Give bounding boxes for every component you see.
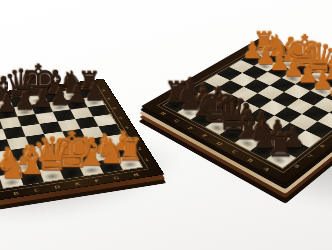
file-label: E (74, 182, 81, 187)
left-chessboard: ♜♞♝♛♚♝♞♜♟♟♟♟♟♟♟♟♟♟♟♟♟♟♟♟♜♞♝♛♚♝♞♜ ABCDEFG… (0, 79, 165, 206)
file-label: B (13, 191, 20, 197)
piece-black-pawn-c7: ♟ (0, 92, 18, 116)
file-label: F (94, 179, 100, 184)
file-label: C (33, 188, 40, 193)
file-label: B (246, 158, 255, 164)
piece-black-rook-a8: ♜ (265, 129, 294, 161)
rank-label: 7 (306, 154, 314, 159)
piece-white-rook-a1: ♜ (0, 155, 5, 187)
square-b2: ♟ (325, 89, 332, 104)
file-label: H (132, 172, 140, 177)
file-label: F (186, 126, 194, 131)
file-label: D (214, 141, 223, 147)
rank-label: 8 (292, 164, 300, 169)
chess-sets-product-photo: ♜♞♝♛♚♝♞♜♟♟♟♟♟♟♟♟♟♟♟♟♟♟♟♟♜♞♝♛♚♝♞♜ ABCDEFG… (0, 0, 332, 250)
file-label: C (230, 149, 239, 155)
file-label: G (172, 118, 181, 123)
square-a1: ♜ (0, 176, 3, 192)
rank-label: 7 (107, 98, 112, 102)
rank-label: 1 (144, 158, 150, 163)
file-label: A (262, 166, 272, 172)
rank-label: 6 (112, 107, 117, 111)
rank-label: 5 (118, 116, 123, 120)
file-label: H (158, 111, 167, 116)
rank-label: 6 (318, 144, 326, 149)
file-label: G (112, 176, 120, 181)
file-label: E (200, 133, 209, 138)
piece-white-pawn-b2: ♟ (326, 75, 332, 100)
file-label: D (54, 185, 61, 190)
